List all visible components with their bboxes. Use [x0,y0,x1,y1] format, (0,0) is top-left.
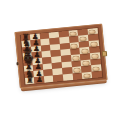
square-r7c5 [72,73,82,80]
square-r7c3 [53,74,63,81]
chess-board [15,24,108,88]
latch-knob [16,62,19,65]
square-r7c2 [44,75,54,82]
square-r7c0 [24,77,34,84]
brass-clasp [101,51,107,57]
square-r7c6 [82,72,92,79]
product-photo-canvas: ♜♟♞♟♝♟♛♟♚♟♝♟♞♟♜♟ [0,0,120,120]
square-r7c4 [63,73,73,80]
board-grid [20,28,101,84]
square-r7c1 [34,76,44,83]
square-r7c7 [92,71,102,78]
